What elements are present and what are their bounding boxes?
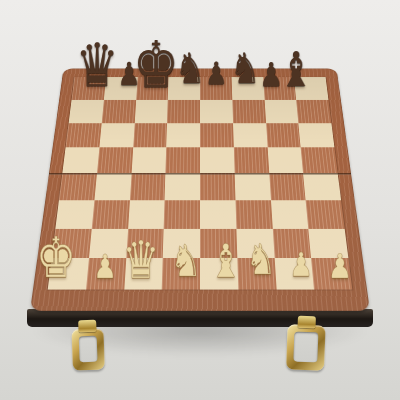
- square-f3[interactable]: [235, 200, 272, 228]
- piece-light-bishop[interactable]: ♝: [210, 238, 243, 284]
- square-b3[interactable]: [92, 200, 130, 228]
- clasp-tab: [298, 316, 316, 329]
- piece-light-knight[interactable]: ♞: [246, 239, 276, 281]
- clasp-tab: [78, 320, 96, 333]
- square-g3[interactable]: [271, 200, 309, 228]
- board-hinge-seam: [49, 173, 351, 174]
- square-b5[interactable]: [97, 148, 133, 174]
- square-d7[interactable]: [167, 100, 200, 123]
- square-d6[interactable]: [166, 123, 200, 148]
- piece-dark-knight[interactable]: ♞: [230, 48, 260, 90]
- square-c5[interactable]: [131, 148, 166, 174]
- square-e6[interactable]: [200, 123, 234, 148]
- square-b7[interactable]: [101, 100, 135, 123]
- square-h7[interactable]: [296, 100, 331, 123]
- square-b6[interactable]: [99, 123, 134, 148]
- square-c7[interactable]: [134, 100, 168, 123]
- square-c6[interactable]: [133, 123, 167, 148]
- square-d5[interactable]: [166, 148, 200, 174]
- chess-set-photo: ♛♟♚♞♟♞♟♝♚♟♛♞♝♞♟♟: [0, 0, 400, 400]
- square-h3[interactable]: [306, 200, 345, 228]
- square-c3[interactable]: [128, 200, 165, 228]
- square-g5[interactable]: [267, 148, 303, 174]
- square-e4[interactable]: [200, 173, 235, 200]
- square-a5[interactable]: [62, 148, 99, 174]
- square-f5[interactable]: [234, 148, 269, 174]
- square-h5[interactable]: [301, 148, 338, 174]
- clasp-right[interactable]: [286, 315, 326, 370]
- square-f4[interactable]: [234, 173, 270, 200]
- square-h4[interactable]: [303, 173, 341, 200]
- piece-dark-bishop[interactable]: ♝: [279, 45, 313, 93]
- piece-dark-knight[interactable]: ♞: [175, 48, 205, 90]
- piece-light-pawn[interactable]: ♟: [289, 248, 313, 281]
- piece-light-king[interactable]: ♚: [36, 230, 76, 286]
- square-e7[interactable]: [200, 100, 233, 123]
- square-a3[interactable]: [55, 200, 94, 228]
- square-f7[interactable]: [232, 100, 266, 123]
- piece-light-knight[interactable]: ♞: [170, 239, 202, 283]
- square-g4[interactable]: [269, 173, 306, 200]
- square-h6[interactable]: [299, 123, 335, 148]
- square-a6[interactable]: [66, 123, 102, 148]
- piece-light-pawn[interactable]: ♟: [93, 250, 117, 283]
- square-c4[interactable]: [129, 173, 165, 200]
- square-g6[interactable]: [266, 123, 301, 148]
- square-d4[interactable]: [165, 173, 200, 200]
- clasp-hole: [293, 332, 318, 363]
- square-a4[interactable]: [59, 173, 97, 200]
- square-e3[interactable]: [200, 200, 236, 228]
- piece-light-pawn[interactable]: ♟: [328, 249, 352, 283]
- square-g7[interactable]: [264, 100, 298, 123]
- piece-dark-king[interactable]: ♚: [133, 33, 179, 97]
- square-d3[interactable]: [164, 200, 200, 228]
- piece-dark-pawn[interactable]: ♟: [205, 58, 227, 89]
- piece-light-queen[interactable]: ♛: [122, 234, 159, 286]
- piece-dark-queen[interactable]: ♛: [75, 35, 118, 95]
- clasp-hole: [79, 336, 98, 363]
- square-e5[interactable]: [200, 148, 234, 174]
- square-a7[interactable]: [69, 100, 104, 123]
- square-f6[interactable]: [233, 123, 267, 148]
- clasp-left[interactable]: [71, 319, 105, 370]
- square-b4[interactable]: [94, 173, 131, 200]
